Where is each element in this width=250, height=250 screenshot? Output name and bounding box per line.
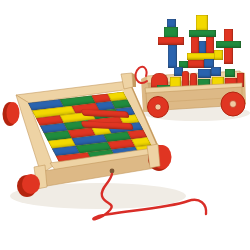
string-hole xyxy=(110,169,115,174)
pull-string xyxy=(93,174,206,219)
front-layer xyxy=(0,0,250,250)
wheel-icon xyxy=(17,174,40,197)
toy-cart-photo xyxy=(0,0,250,250)
main-cart-front xyxy=(17,144,206,219)
second-cart-front xyxy=(135,67,245,118)
wheel-icon xyxy=(221,92,245,116)
string-loop xyxy=(135,67,147,83)
wheel-icon xyxy=(148,97,169,118)
